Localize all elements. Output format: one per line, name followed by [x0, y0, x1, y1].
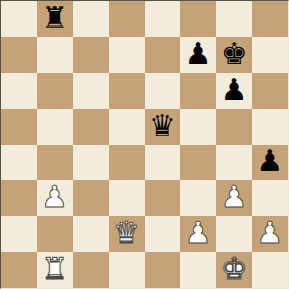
square-d4[interactable] [109, 145, 145, 181]
square-h7[interactable] [252, 37, 288, 73]
square-g1[interactable]: ♚ [216, 252, 252, 288]
square-h1[interactable] [252, 252, 288, 288]
black-pawn: ♟ [221, 75, 248, 105]
square-b4[interactable] [37, 145, 73, 181]
white-king: ♚ [221, 254, 248, 284]
square-c4[interactable] [73, 145, 109, 181]
square-h5[interactable] [252, 109, 288, 145]
square-f2[interactable]: ♟ [180, 216, 216, 252]
square-h6[interactable] [252, 73, 288, 109]
square-d8[interactable] [109, 1, 145, 37]
square-d3[interactable] [109, 180, 145, 216]
black-pawn: ♟ [185, 39, 212, 69]
square-b3[interactable]: ♟ [37, 180, 73, 216]
square-a4[interactable] [1, 145, 37, 181]
square-b5[interactable] [37, 109, 73, 145]
square-f8[interactable] [180, 1, 216, 37]
square-a8[interactable] [1, 1, 37, 37]
square-g5[interactable] [216, 109, 252, 145]
square-a7[interactable] [1, 37, 37, 73]
square-g4[interactable] [216, 145, 252, 181]
square-e7[interactable] [145, 37, 181, 73]
square-h4[interactable]: ♟ [252, 145, 288, 181]
square-d5[interactable] [109, 109, 145, 145]
square-h8[interactable] [252, 1, 288, 37]
square-f3[interactable] [180, 180, 216, 216]
square-a1[interactable] [1, 252, 37, 288]
square-d6[interactable] [109, 73, 145, 109]
square-d7[interactable] [109, 37, 145, 73]
black-king: ♚ [221, 39, 248, 69]
square-a6[interactable] [1, 73, 37, 109]
square-f7[interactable]: ♟ [180, 37, 216, 73]
square-d1[interactable] [109, 252, 145, 288]
square-e3[interactable] [145, 180, 181, 216]
square-f1[interactable] [180, 252, 216, 288]
square-c1[interactable] [73, 252, 109, 288]
square-g8[interactable] [216, 1, 252, 37]
white-queen: ♛ [113, 218, 140, 248]
black-pawn: ♟ [257, 146, 284, 176]
square-d2[interactable]: ♛ [109, 216, 145, 252]
black-rook: ♜ [41, 3, 68, 33]
square-b7[interactable] [37, 37, 73, 73]
square-e2[interactable] [145, 216, 181, 252]
square-b1[interactable]: ♜ [37, 252, 73, 288]
square-g2[interactable] [216, 216, 252, 252]
square-c6[interactable] [73, 73, 109, 109]
square-c8[interactable] [73, 1, 109, 37]
chess-board: ♜♟♚♟♛♟♟♟♛♟♟♜♚ [0, 0, 289, 289]
square-g7[interactable]: ♚ [216, 37, 252, 73]
square-h3[interactable] [252, 180, 288, 216]
white-rook: ♜ [41, 254, 68, 284]
square-b6[interactable] [37, 73, 73, 109]
square-e1[interactable] [145, 252, 181, 288]
white-pawn: ♟ [221, 182, 248, 212]
white-pawn: ♟ [41, 182, 68, 212]
square-a2[interactable] [1, 216, 37, 252]
square-h2[interactable]: ♟ [252, 216, 288, 252]
square-f6[interactable] [180, 73, 216, 109]
square-e5[interactable]: ♛ [145, 109, 181, 145]
square-b2[interactable] [37, 216, 73, 252]
square-f5[interactable] [180, 109, 216, 145]
square-e4[interactable] [145, 145, 181, 181]
square-c3[interactable] [73, 180, 109, 216]
black-queen: ♛ [149, 111, 176, 141]
square-a5[interactable] [1, 109, 37, 145]
white-pawn: ♟ [257, 218, 284, 248]
square-c7[interactable] [73, 37, 109, 73]
square-c2[interactable] [73, 216, 109, 252]
white-pawn: ♟ [185, 218, 212, 248]
square-e8[interactable] [145, 1, 181, 37]
square-a3[interactable] [1, 180, 37, 216]
square-f4[interactable] [180, 145, 216, 181]
square-e6[interactable] [145, 73, 181, 109]
square-g3[interactable]: ♟ [216, 180, 252, 216]
square-b8[interactable]: ♜ [37, 1, 73, 37]
square-g6[interactable]: ♟ [216, 73, 252, 109]
square-c5[interactable] [73, 109, 109, 145]
